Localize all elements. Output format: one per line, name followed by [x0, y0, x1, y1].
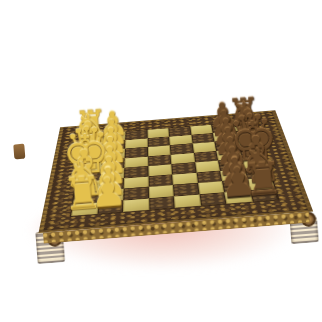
- square-d6: [193, 151, 218, 162]
- square-d4: [148, 155, 172, 167]
- board-front-edge: [43, 212, 309, 243]
- square-d8: ♛: [239, 147, 265, 158]
- square-h2: ♟: [97, 200, 123, 214]
- chessboard-scene: ♜♟♟♜♞♟♟♞♝♟♟♝♛♟♟♛♚♟♟♚♝♟♟♝♞♟♟♞♜♟♟♜: [41, 34, 301, 294]
- square-h4: [149, 196, 175, 210]
- square-e3: [124, 166, 148, 178]
- square-h3: [123, 198, 149, 212]
- square-b8: ♞: [235, 130, 260, 140]
- square-h5: [174, 194, 201, 208]
- board-grid: ♜♟♟♜♞♟♟♞♝♟♟♝♛♟♟♛♚♟♟♚♝♟♟♝♞♟♟♞♜♟♟♜: [71, 121, 278, 216]
- square-f1: ♝: [75, 180, 101, 193]
- square-e5: [171, 162, 196, 174]
- chessboard: ♜♟♟♜♞♟♟♞♝♟♟♝♛♟♟♛♚♟♟♚♝♟♟♝♞♟♟♞♜♟♟♜: [38, 110, 313, 233]
- square-e1: ♚: [76, 170, 101, 182]
- square-e2: ♟: [100, 168, 124, 180]
- square-g2: ♟: [98, 189, 124, 202]
- square-f3: [124, 176, 149, 189]
- square-e4: [148, 164, 172, 176]
- square-e7: ♟: [218, 159, 244, 171]
- square-h7: ♟: [224, 190, 252, 204]
- chess-set-photo: ♜♟♟♜♞♟♟♞♝♟♟♝♛♟♟♛♚♟♟♚♝♟♟♝♞♟♟♞♜♟♟♜: [0, 0, 322, 322]
- square-f6: [196, 171, 222, 183]
- square-c1: ♝: [79, 151, 103, 162]
- board-foot-back-left: [13, 144, 25, 160]
- square-h8: ♜: [249, 188, 278, 202]
- square-h1: ♜: [71, 202, 98, 216]
- square-e6: [195, 161, 220, 173]
- board-tilt-wrapper: ♜♟♟♜♞♟♟♞♝♟♟♝♛♟♟♛♚♟♟♚♝♟♟♝♞♟♟♞♜♟♟♜: [0, 0, 322, 322]
- square-d2: ♟: [101, 158, 125, 170]
- square-h6: [199, 192, 226, 206]
